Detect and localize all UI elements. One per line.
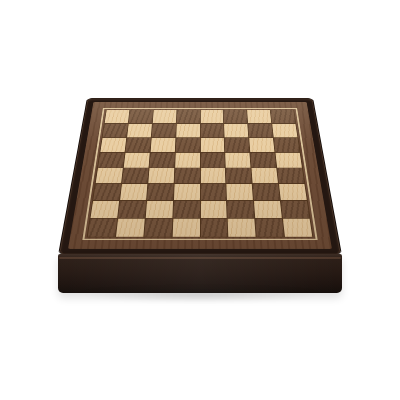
product-photo-stage xyxy=(0,0,400,400)
square-e8[interactable] xyxy=(200,110,223,123)
square-g8[interactable] xyxy=(247,110,271,123)
square-h3[interactable] xyxy=(279,184,307,200)
square-c2[interactable] xyxy=(145,201,172,218)
square-e4[interactable] xyxy=(200,168,225,184)
square-b5[interactable] xyxy=(124,153,150,168)
square-h7[interactable] xyxy=(272,124,297,138)
square-f3[interactable] xyxy=(227,184,254,200)
square-h1[interactable] xyxy=(283,219,312,237)
square-g6[interactable] xyxy=(249,138,274,152)
square-h6[interactable] xyxy=(274,138,300,152)
square-b4[interactable] xyxy=(122,168,148,184)
square-h5[interactable] xyxy=(276,153,302,168)
square-b2[interactable] xyxy=(118,201,146,218)
board-scene xyxy=(58,0,342,255)
square-c6[interactable] xyxy=(150,138,175,152)
square-c3[interactable] xyxy=(147,184,174,200)
square-a3[interactable] xyxy=(93,184,121,200)
square-a4[interactable] xyxy=(96,168,123,184)
chess-board-grid xyxy=(87,110,314,238)
square-d2[interactable] xyxy=(173,201,200,218)
square-f6[interactable] xyxy=(225,138,250,152)
square-e7[interactable] xyxy=(200,124,224,138)
square-c5[interactable] xyxy=(149,153,174,168)
square-g7[interactable] xyxy=(248,124,273,138)
square-e5[interactable] xyxy=(200,153,225,168)
square-b3[interactable] xyxy=(120,184,147,200)
square-d7[interactable] xyxy=(176,124,200,138)
square-g2[interactable] xyxy=(254,201,282,218)
square-e3[interactable] xyxy=(200,184,226,200)
square-a5[interactable] xyxy=(98,153,124,168)
square-d6[interactable] xyxy=(175,138,199,152)
square-a8[interactable] xyxy=(105,110,130,123)
square-h2[interactable] xyxy=(281,201,309,218)
square-h8[interactable] xyxy=(271,110,296,123)
square-f4[interactable] xyxy=(226,168,252,184)
chess-board-frame xyxy=(58,98,342,255)
square-b8[interactable] xyxy=(129,110,153,123)
square-c1[interactable] xyxy=(144,219,172,237)
square-d1[interactable] xyxy=(172,219,199,237)
square-f8[interactable] xyxy=(224,110,248,123)
box-front-face xyxy=(58,254,342,293)
square-a6[interactable] xyxy=(100,138,126,152)
square-f7[interactable] xyxy=(224,124,248,138)
square-f2[interactable] xyxy=(227,201,254,218)
square-c8[interactable] xyxy=(153,110,177,123)
square-e6[interactable] xyxy=(200,138,224,152)
square-d8[interactable] xyxy=(176,110,199,123)
square-g3[interactable] xyxy=(253,184,280,200)
square-a2[interactable] xyxy=(91,201,119,218)
square-g4[interactable] xyxy=(252,168,278,184)
square-b7[interactable] xyxy=(127,124,152,138)
square-d5[interactable] xyxy=(175,153,200,168)
square-a7[interactable] xyxy=(103,124,128,138)
drop-shadow xyxy=(72,289,328,301)
square-e1[interactable] xyxy=(200,219,227,237)
board-walnut-border xyxy=(68,102,332,249)
square-c7[interactable] xyxy=(152,124,176,138)
square-f1[interactable] xyxy=(228,219,256,237)
square-e2[interactable] xyxy=(200,201,227,218)
square-g1[interactable] xyxy=(256,219,285,237)
square-b1[interactable] xyxy=(116,219,145,237)
square-c4[interactable] xyxy=(148,168,174,184)
square-h4[interactable] xyxy=(277,168,304,184)
square-d3[interactable] xyxy=(174,184,200,200)
square-b6[interactable] xyxy=(125,138,150,152)
square-d4[interactable] xyxy=(174,168,199,184)
square-g5[interactable] xyxy=(250,153,276,168)
square-a1[interactable] xyxy=(88,219,117,237)
square-f5[interactable] xyxy=(225,153,250,168)
